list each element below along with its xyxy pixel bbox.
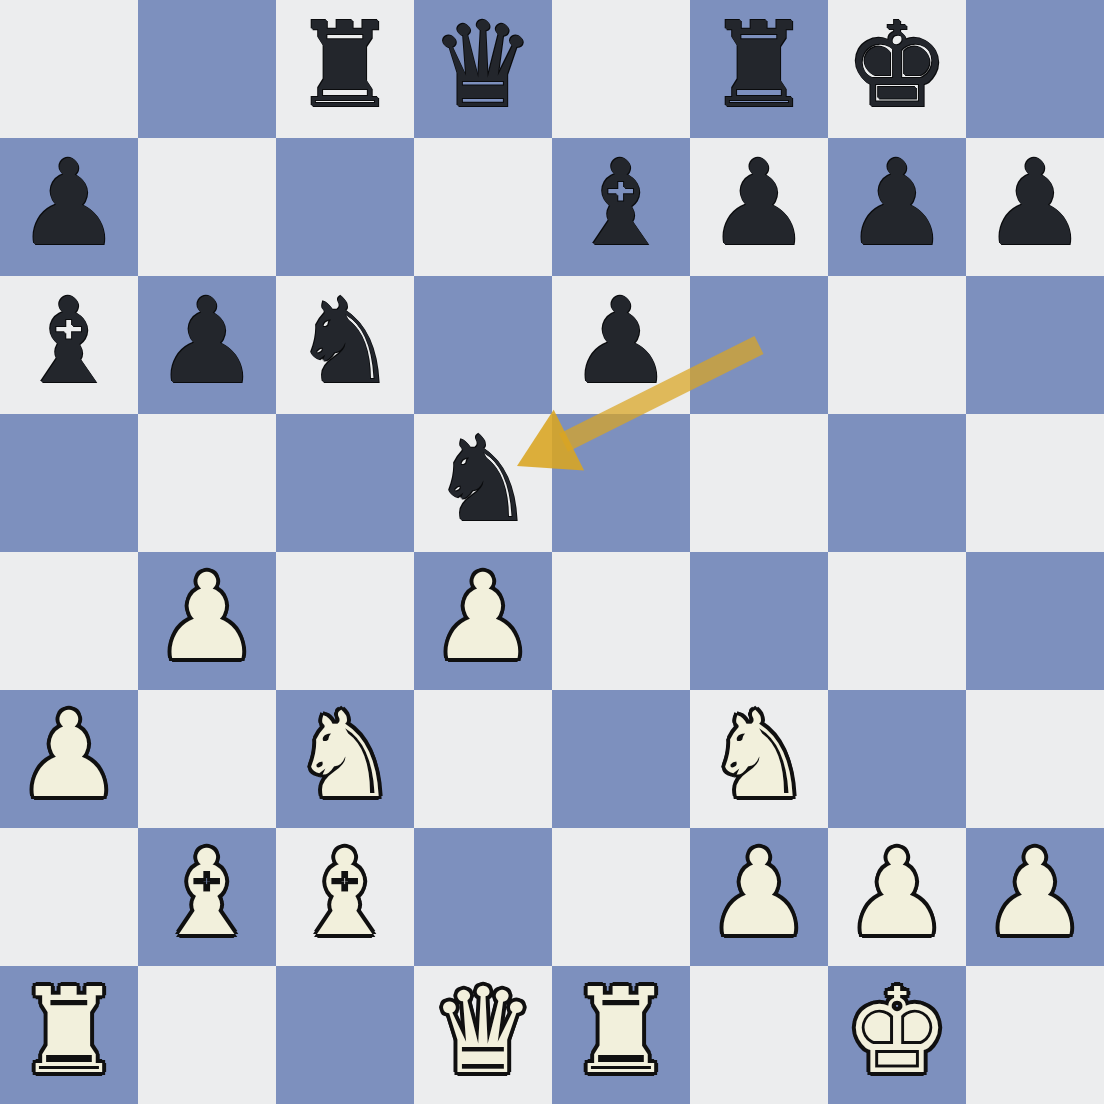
square-c5[interactable] — [276, 414, 414, 552]
square-a8[interactable] — [0, 0, 138, 138]
square-b6[interactable]: ♟ — [138, 276, 276, 414]
square-e2[interactable] — [552, 828, 690, 966]
square-e7[interactable]: ♝ — [552, 138, 690, 276]
piece-black-pawn-a7[interactable]: ♟ — [16, 144, 122, 262]
piece-black-pawn-g7[interactable]: ♟ — [844, 144, 950, 262]
square-f2[interactable]: ♟ — [690, 828, 828, 966]
square-d7[interactable] — [414, 138, 552, 276]
piece-black-king-g8[interactable]: ♚ — [844, 6, 950, 124]
square-g8[interactable]: ♚ — [828, 0, 966, 138]
square-a4[interactable] — [0, 552, 138, 690]
square-e4[interactable] — [552, 552, 690, 690]
piece-white-rook-a1[interactable]: ♜ — [16, 972, 122, 1090]
square-g3[interactable] — [828, 690, 966, 828]
piece-white-pawn-a3[interactable]: ♟ — [16, 696, 122, 814]
piece-black-pawn-h7[interactable]: ♟ — [982, 144, 1088, 262]
square-g1[interactable]: ♚ — [828, 966, 966, 1104]
square-d4[interactable]: ♟ — [414, 552, 552, 690]
piece-black-bishop-e7[interactable]: ♝ — [568, 144, 674, 262]
square-f4[interactable] — [690, 552, 828, 690]
piece-white-pawn-d4[interactable]: ♟ — [430, 558, 536, 676]
square-c7[interactable] — [276, 138, 414, 276]
square-d5[interactable]: ♞ — [414, 414, 552, 552]
square-h6[interactable] — [966, 276, 1104, 414]
square-a6[interactable]: ♝ — [0, 276, 138, 414]
square-h2[interactable]: ♟ — [966, 828, 1104, 966]
square-d6[interactable] — [414, 276, 552, 414]
square-e1[interactable]: ♜ — [552, 966, 690, 1104]
square-b7[interactable] — [138, 138, 276, 276]
square-c1[interactable] — [276, 966, 414, 1104]
square-h1[interactable] — [966, 966, 1104, 1104]
square-h7[interactable]: ♟ — [966, 138, 1104, 276]
piece-black-pawn-f7[interactable]: ♟ — [706, 144, 812, 262]
square-b5[interactable] — [138, 414, 276, 552]
piece-black-knight-c6[interactable]: ♞ — [292, 282, 398, 400]
square-f5[interactable] — [690, 414, 828, 552]
square-h5[interactable] — [966, 414, 1104, 552]
chess-board: ♜♛♜♚♟♝♟♟♟♝♟♞♟♞♟♟♟♞♞♝♝♟♟♟♜♛♜♚ — [0, 0, 1104, 1104]
square-a1[interactable]: ♜ — [0, 966, 138, 1104]
square-h4[interactable] — [966, 552, 1104, 690]
piece-black-rook-f8[interactable]: ♜ — [706, 6, 812, 124]
square-c2[interactable]: ♝ — [276, 828, 414, 966]
square-a2[interactable] — [0, 828, 138, 966]
piece-white-knight-c3[interactable]: ♞ — [292, 696, 398, 814]
square-a3[interactable]: ♟ — [0, 690, 138, 828]
square-f6[interactable] — [690, 276, 828, 414]
square-e5[interactable] — [552, 414, 690, 552]
piece-white-queen-d1[interactable]: ♛ — [430, 972, 536, 1090]
square-e8[interactable] — [552, 0, 690, 138]
piece-white-knight-f3[interactable]: ♞ — [706, 696, 812, 814]
piece-black-rook-c8[interactable]: ♜ — [292, 6, 398, 124]
square-d8[interactable]: ♛ — [414, 0, 552, 138]
square-h8[interactable] — [966, 0, 1104, 138]
square-b3[interactable] — [138, 690, 276, 828]
piece-black-pawn-e6[interactable]: ♟ — [568, 282, 674, 400]
square-b8[interactable] — [138, 0, 276, 138]
piece-white-king-g1[interactable]: ♚ — [844, 972, 950, 1090]
piece-white-pawn-f2[interactable]: ♟ — [706, 834, 812, 952]
square-d3[interactable] — [414, 690, 552, 828]
square-c8[interactable]: ♜ — [276, 0, 414, 138]
square-g5[interactable] — [828, 414, 966, 552]
square-g2[interactable]: ♟ — [828, 828, 966, 966]
square-d1[interactable]: ♛ — [414, 966, 552, 1104]
square-b1[interactable] — [138, 966, 276, 1104]
piece-white-pawn-h2[interactable]: ♟ — [982, 834, 1088, 952]
square-d2[interactable] — [414, 828, 552, 966]
square-a7[interactable]: ♟ — [0, 138, 138, 276]
square-b4[interactable]: ♟ — [138, 552, 276, 690]
piece-white-bishop-c2[interactable]: ♝ — [292, 834, 398, 952]
square-c4[interactable] — [276, 552, 414, 690]
square-g4[interactable] — [828, 552, 966, 690]
piece-black-queen-d8[interactable]: ♛ — [430, 6, 536, 124]
square-c3[interactable]: ♞ — [276, 690, 414, 828]
square-b2[interactable]: ♝ — [138, 828, 276, 966]
square-a5[interactable] — [0, 414, 138, 552]
square-f8[interactable]: ♜ — [690, 0, 828, 138]
square-f3[interactable]: ♞ — [690, 690, 828, 828]
piece-white-pawn-b4[interactable]: ♟ — [154, 558, 260, 676]
piece-black-pawn-b6[interactable]: ♟ — [154, 282, 260, 400]
square-f7[interactable]: ♟ — [690, 138, 828, 276]
piece-black-bishop-a6[interactable]: ♝ — [16, 282, 122, 400]
piece-white-rook-e1[interactable]: ♜ — [568, 972, 674, 1090]
square-e3[interactable] — [552, 690, 690, 828]
square-g6[interactable] — [828, 276, 966, 414]
piece-white-bishop-b2[interactable]: ♝ — [154, 834, 260, 952]
square-g7[interactable]: ♟ — [828, 138, 966, 276]
square-h3[interactable] — [966, 690, 1104, 828]
square-c6[interactable]: ♞ — [276, 276, 414, 414]
piece-black-knight-d5[interactable]: ♞ — [430, 420, 536, 538]
piece-white-pawn-g2[interactable]: ♟ — [844, 834, 950, 952]
square-e6[interactable]: ♟ — [552, 276, 690, 414]
square-f1[interactable] — [690, 966, 828, 1104]
